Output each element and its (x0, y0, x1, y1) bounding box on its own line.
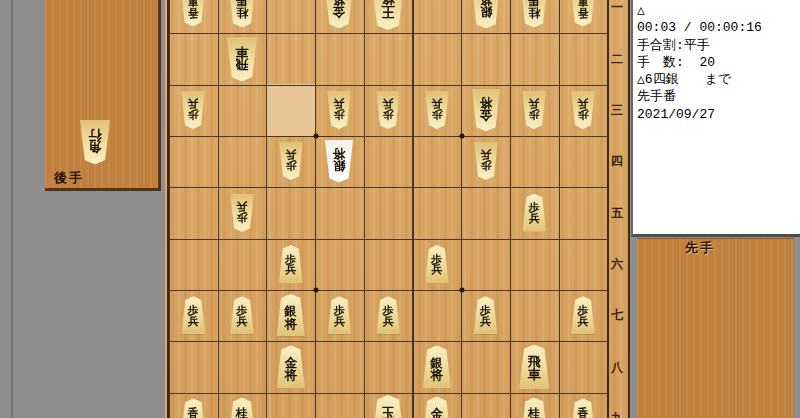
shogi-piece-gote-knight[interactable]: 桂馬 (520, 0, 548, 28)
shogi-piece-gote-pawn[interactable]: 歩兵 (376, 91, 401, 129)
piece-kanji: 歩 (285, 160, 296, 171)
gote-tray-label: 後手 (54, 169, 84, 187)
pawn-piece-body: 歩兵 (181, 296, 206, 334)
shogi-piece-gote-king[interactable]: 王将 (371, 0, 405, 30)
piece-kanji: 兵 (577, 98, 588, 109)
silver-piece-body: 銀将 (276, 294, 306, 337)
lance-piece-body: 香車 (180, 0, 206, 27)
sente-captured-tray (637, 238, 794, 418)
shogi-piece-sente-pawn[interactable]: 歩兵 (570, 296, 595, 334)
piece-kanji: 車 (577, 0, 588, 6)
info-line: △6四銀 まで (637, 71, 800, 88)
shogi-piece-sente-pawn[interactable]: 歩兵 (473, 296, 498, 334)
silver-piece-body: 銀将 (471, 0, 501, 29)
piece-kanji: 兵 (529, 214, 540, 225)
piece-kanji: 将 (333, 147, 346, 159)
piece-kanji: 兵 (237, 200, 248, 211)
pawn-piece-body: 歩兵 (376, 91, 401, 129)
pawn-piece-body: 歩兵 (376, 296, 401, 334)
shogi-piece-gote-pawn[interactable]: 歩兵 (570, 91, 595, 129)
piece-kanji: 将 (381, 0, 395, 5)
shogi-piece-sente-silver[interactable]: 銀将 (276, 294, 306, 337)
piece-kanji: 金 (431, 408, 444, 418)
piece-kanji: 王 (381, 5, 395, 18)
piece-kanji: 兵 (334, 98, 345, 109)
silver-piece-body: 銀将 (324, 140, 354, 183)
rank-label-5: 五 (611, 204, 623, 221)
piece-kanji: 兵 (480, 149, 491, 160)
knight-piece-body: 桂馬 (520, 397, 548, 418)
piece-kanji: 兵 (383, 98, 394, 109)
king-piece-body: 王将 (371, 0, 405, 30)
info-line: 2021/09/27 (637, 106, 800, 123)
pawn-piece-body: 歩兵 (278, 245, 303, 283)
piece-kanji: 玉 (381, 407, 395, 418)
sente-tray-label: 先手 (685, 239, 715, 257)
shogi-piece-gote-pawn[interactable]: 歩兵 (181, 91, 206, 129)
knight-piece-body: 桂馬 (520, 0, 548, 28)
rank-label-4: 四 (611, 153, 623, 170)
king-piece-body: 玉将 (371, 395, 405, 418)
piece-kanji: 兵 (577, 317, 588, 328)
piece-kanji: 将 (431, 368, 444, 380)
piece-kanji: 車 (188, 0, 199, 6)
shogi-piece-sente-pawn[interactable]: 歩兵 (278, 245, 303, 283)
rook-piece-body: 飛車 (518, 344, 550, 389)
lance-piece-body: 香車 (570, 398, 596, 418)
shogi-piece-sente-pawn[interactable]: 歩兵 (376, 296, 401, 334)
piece-kanji: 兵 (188, 98, 199, 109)
piece-kanji: 銀 (333, 159, 346, 171)
piece-kanji: 兵 (285, 149, 296, 160)
shogi-piece-gote-gold[interactable]: 金将 (324, 0, 354, 29)
piece-kanji: 金 (333, 5, 346, 17)
piece-kanji: 車 (528, 369, 541, 382)
shogi-piece-gote-pawn[interactable]: 歩兵 (473, 142, 498, 180)
rank-label-1: 一 (611, 0, 623, 16)
piece-kanji: 兵 (237, 317, 248, 328)
piece-kanji: 兵 (334, 317, 345, 328)
shogi-piece-sente-lance[interactable]: 香車 (180, 398, 206, 418)
piece-kanji: 行 (89, 127, 102, 140)
shogi-piece-sente-gold[interactable]: 金将 (422, 396, 452, 418)
piece-kanji: 将 (479, 0, 492, 5)
piece-kanji: 馬 (528, 0, 540, 6)
shogi-piece-gote-lance[interactable]: 香車 (180, 0, 206, 27)
gold-piece-body: 金将 (471, 88, 501, 131)
pawn-piece-body: 歩兵 (522, 91, 547, 129)
shogi-piece-gote-knight[interactable]: 桂馬 (228, 0, 256, 28)
pawn-piece-body: 歩兵 (570, 296, 595, 334)
piece-kanji: 歩 (480, 160, 491, 171)
shogi-piece-gote-rook[interactable]: 飛車 (226, 36, 258, 81)
knight-piece-body: 桂馬 (228, 0, 256, 28)
piece-kanji: 兵 (188, 317, 199, 328)
lance-piece-body: 香車 (180, 398, 206, 418)
game-info-panel: △00:03 / 00:00:16手合割:平手手 数: 20△6四銀 まで先手番… (631, 0, 800, 237)
shogi-piece-gote-lance[interactable]: 香車 (570, 0, 596, 27)
gold-piece-body: 金将 (324, 0, 354, 29)
piece-kanji: 桂 (528, 408, 540, 418)
star-point (460, 287, 465, 292)
bishop-piece-body: 角行 (79, 120, 111, 165)
info-line: △ (637, 2, 800, 19)
piece-kanji: 兵 (431, 265, 442, 276)
rank-label-6: 六 (611, 255, 623, 272)
shogi-piece-gote-pawn[interactable]: 歩兵 (424, 91, 449, 129)
star-point (313, 133, 318, 138)
pawn-piece-body: 歩兵 (327, 296, 352, 334)
piece-kanji: 車 (236, 44, 249, 57)
rank-label-2: 二 (611, 50, 623, 67)
shogi-app-window: 後手 一二三四五六七八九 香車桂馬金将王将銀将桂馬香車飛車歩兵歩兵歩兵歩兵金将歩… (0, 0, 800, 418)
info-line: 先手番 (637, 88, 800, 105)
pawn-piece-body: 歩兵 (473, 296, 498, 334)
piece-kanji: 兵 (431, 98, 442, 109)
shogi-piece-gote-silver[interactable]: 銀将 (471, 0, 501, 29)
piece-kanji: 兵 (285, 265, 296, 276)
gold-piece-body: 金将 (422, 396, 452, 418)
gold-piece-body: 金将 (276, 345, 306, 388)
shogi-piece-gote-pawn[interactable]: 歩兵 (230, 194, 255, 232)
shogi-piece-gote-bishop[interactable]: 角行 (79, 120, 111, 165)
pawn-piece-body: 歩兵 (570, 91, 595, 129)
pawn-piece-body: 歩兵 (230, 296, 255, 334)
pawn-piece-body: 歩兵 (473, 142, 498, 180)
shogi-piece-gote-pawn[interactable]: 歩兵 (327, 91, 352, 129)
shogi-piece-sente-silver[interactable]: 銀将 (422, 345, 452, 388)
shogi-piece-gote-pawn[interactable]: 歩兵 (522, 91, 547, 129)
piece-kanji: 将 (285, 368, 298, 380)
lance-piece-body: 香車 (570, 0, 596, 27)
left-edge-line (11, 0, 13, 418)
piece-kanji: 桂 (236, 408, 248, 418)
info-line: 手合割:平手 (637, 37, 800, 54)
pawn-piece-body: 歩兵 (181, 91, 206, 129)
shogi-piece-sente-rook[interactable]: 飛車 (518, 344, 550, 389)
rank-label-3: 三 (611, 101, 623, 118)
pawn-piece-body: 歩兵 (424, 245, 449, 283)
pawn-piece-body: 歩兵 (278, 142, 303, 180)
piece-kanji: 将 (333, 0, 346, 5)
shogi-piece-sente-pawn[interactable]: 歩兵 (522, 194, 547, 232)
piece-kanji: 兵 (480, 317, 491, 328)
piece-kanji: 兵 (529, 98, 540, 109)
last-move-origin-square (266, 84, 315, 135)
shogi-piece-sente-king[interactable]: 玉将 (371, 395, 405, 418)
pawn-piece-body: 歩兵 (327, 91, 352, 129)
shogi-piece-gote-silver[interactable]: 銀将 (324, 140, 354, 183)
piece-kanji: 銀 (479, 5, 492, 17)
piece-kanji: 馬 (236, 0, 248, 6)
shogi-piece-gote-gold[interactable]: 金将 (471, 88, 501, 131)
shogi-piece-sente-pawn[interactable]: 歩兵 (181, 296, 206, 334)
shogi-piece-sente-knight[interactable]: 桂馬 (228, 397, 256, 418)
silver-piece-body: 銀将 (422, 345, 452, 388)
info-line: 手 数: 20 (637, 54, 800, 71)
pawn-piece-body: 歩兵 (230, 194, 255, 232)
shogi-piece-gote-pawn[interactable]: 歩兵 (278, 142, 303, 180)
shogi-piece-sente-pawn[interactable]: 歩兵 (327, 296, 352, 334)
piece-kanji: 兵 (383, 317, 394, 328)
shogi-piece-sente-gold[interactable]: 金将 (276, 345, 306, 388)
rank-label-9: 九 (611, 409, 623, 418)
knight-piece-body: 桂馬 (228, 397, 256, 418)
rank-label-8: 八 (611, 358, 623, 375)
pawn-piece-body: 歩兵 (522, 194, 547, 232)
star-point (460, 133, 465, 138)
pawn-piece-body: 歩兵 (424, 91, 449, 129)
rank-label-7: 七 (611, 307, 623, 324)
shogi-piece-sente-pawn[interactable]: 歩兵 (230, 296, 255, 334)
rook-piece-body: 飛車 (226, 36, 258, 81)
piece-kanji: 将 (285, 317, 298, 329)
shogi-piece-sente-knight[interactable]: 桂馬 (520, 397, 548, 418)
shogi-piece-sente-pawn[interactable]: 歩兵 (424, 245, 449, 283)
piece-kanji: 将 (479, 96, 492, 108)
info-line: 00:03 / 00:00:16 (637, 19, 800, 36)
shogi-piece-sente-lance[interactable]: 香車 (570, 398, 596, 418)
star-point (313, 287, 318, 292)
